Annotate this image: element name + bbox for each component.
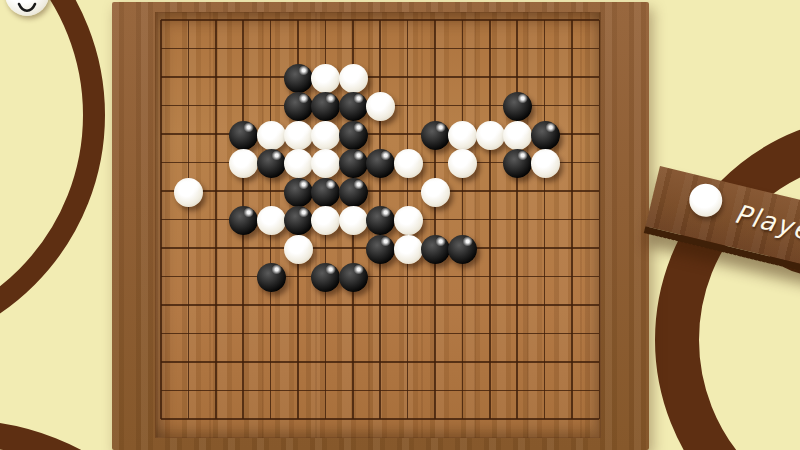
black-stone (339, 178, 368, 207)
white-stone (476, 121, 505, 150)
black-stone (311, 92, 340, 121)
white-stone (339, 206, 368, 235)
black-stone (531, 121, 560, 150)
black-stone (366, 206, 395, 235)
white-stone (257, 206, 286, 235)
grid-line-horizontal (161, 190, 599, 192)
black-stone (339, 121, 368, 150)
white-stone (311, 64, 340, 93)
white-stone (448, 149, 477, 178)
white-stone (284, 121, 313, 150)
white-stone (448, 121, 477, 150)
black-stone (311, 263, 340, 292)
board-surface[interactable] (155, 12, 601, 438)
white-stone (257, 121, 286, 150)
smile-icon (17, 2, 37, 14)
white-stone (394, 149, 423, 178)
black-stone (311, 178, 340, 207)
black-stone (284, 92, 313, 121)
white-stone-icon (686, 180, 726, 220)
black-stone (421, 121, 450, 150)
black-stone (339, 149, 368, 178)
white-stone (503, 121, 532, 150)
black-stone (503, 92, 532, 121)
white-stone (531, 149, 560, 178)
black-stone (229, 206, 258, 235)
grid-line-horizontal (161, 276, 599, 278)
white-stone (394, 206, 423, 235)
grid-line-horizontal (161, 333, 599, 335)
white-stone (174, 178, 203, 207)
grid-line-horizontal (161, 19, 599, 21)
white-stone (366, 92, 395, 121)
black-stone (366, 235, 395, 264)
white-stone (311, 149, 340, 178)
white-stone (311, 206, 340, 235)
game-scene: Player (0, 0, 800, 450)
board-frame (112, 2, 649, 450)
black-stone (257, 149, 286, 178)
white-stone (421, 178, 450, 207)
black-stone (284, 206, 313, 235)
black-stone (448, 235, 477, 264)
player-sign-label: Player (732, 198, 800, 248)
white-stone (284, 235, 313, 264)
grid-line-horizontal (161, 361, 599, 363)
grid-line-horizontal (161, 76, 599, 78)
black-stone (229, 121, 258, 150)
black-stone (284, 64, 313, 93)
black-stone (366, 149, 395, 178)
decor-circle-left-top (0, 0, 105, 355)
grid-line-horizontal (161, 304, 599, 306)
white-stone (339, 64, 368, 93)
white-stone (394, 235, 423, 264)
black-stone (257, 263, 286, 292)
grid-line-horizontal (161, 418, 599, 420)
decor-circle-right-big (655, 115, 800, 450)
grid-line-horizontal (161, 48, 599, 50)
black-stone (339, 92, 368, 121)
white-stone (284, 149, 313, 178)
black-stone (421, 235, 450, 264)
grid-line-horizontal (161, 390, 599, 392)
white-stone (311, 121, 340, 150)
black-stone (339, 263, 368, 292)
black-stone (503, 149, 532, 178)
black-stone (284, 178, 313, 207)
white-stone (229, 149, 258, 178)
